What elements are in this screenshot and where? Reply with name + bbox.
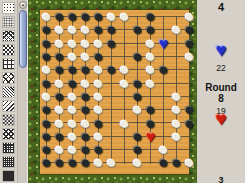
board-cell[interactable]: ●: [66, 156, 79, 169]
board-cell[interactable]: ●: [183, 156, 196, 169]
board-cell[interactable]: ●: [105, 63, 118, 76]
top-counter: 4: [197, 1, 245, 13]
board-cell[interactable]: ●: [183, 116, 196, 129]
pattern-tile-dither-light[interactable]: [2, 2, 15, 14]
board-cell[interactable]: ●: [105, 37, 118, 50]
pattern-tile-crosshatch-x[interactable]: [2, 30, 15, 42]
white-stone: ●: [184, 156, 194, 169]
white-stone: ●: [132, 103, 142, 116]
board-cell[interactable]: [118, 37, 131, 50]
board-cell[interactable]: [105, 103, 118, 116]
blue-player-count: 22: [197, 63, 245, 73]
board-cell[interactable]: [183, 63, 196, 76]
white-stone: ●: [93, 156, 103, 169]
pattern-tile-dither-medium[interactable]: [2, 16, 15, 28]
board-cell[interactable]: ●: [170, 156, 183, 169]
board-cell[interactable]: [118, 143, 131, 156]
board-cell[interactable]: [118, 130, 131, 143]
pattern-tile-diagonal-fine[interactable]: [2, 86, 15, 98]
board-cell[interactable]: ●: [170, 23, 183, 36]
board-cell[interactable]: [157, 90, 170, 103]
red-heart-icon: ♥: [197, 112, 245, 125]
board-cell[interactable]: [105, 90, 118, 103]
black-stone: ●: [41, 156, 51, 169]
board-cell[interactable]: [105, 76, 118, 89]
pattern-sidebar: [0, 0, 17, 183]
board-cell[interactable]: ●: [183, 50, 196, 63]
board-cell[interactable]: [118, 156, 131, 169]
board-cell[interactable]: ●: [105, 156, 118, 169]
board-cell[interactable]: [157, 103, 170, 116]
board-cell[interactable]: ●: [79, 156, 92, 169]
scroll-up-button[interactable]: ▲: [19, 1, 27, 9]
black-stone: ●: [132, 50, 142, 63]
black-stone: ●: [184, 117, 194, 130]
white-stone: ●: [184, 50, 194, 63]
board-cell[interactable]: [118, 90, 131, 103]
board-cell[interactable]: [170, 37, 183, 50]
board-cell[interactable]: ●: [118, 116, 131, 129]
pattern-tile-quatrefoil[interactable]: [2, 114, 15, 126]
board-cell[interactable]: ●: [92, 156, 105, 169]
white-stone: ●: [132, 156, 142, 169]
pattern-tile-diagonal-hatch[interactable]: [2, 100, 15, 112]
bottom-clipped-counter: 3: [197, 175, 245, 183]
board-cell[interactable]: ●: [131, 50, 144, 63]
board-cell[interactable]: [144, 143, 157, 156]
board-cell[interactable]: ●: [40, 156, 53, 169]
info-panel: 4 ♥ 22 Round 8 19 ♥ 3: [197, 0, 245, 183]
sidebar-scrollbar[interactable]: ▲: [17, 0, 28, 183]
black-stone: ●: [132, 23, 142, 36]
board-cell[interactable]: [170, 50, 183, 63]
board-cell[interactable]: [118, 23, 131, 36]
board-cell[interactable]: ●: [131, 23, 144, 36]
game-board: ●●●●●●●●●●●●●●●●●●●●●●●●●●♥●●●●●●●●●●●●●…: [28, 0, 197, 183]
board-cell[interactable]: ●: [170, 130, 183, 143]
board-cell[interactable]: ●: [157, 156, 170, 169]
white-stone: ●: [171, 23, 181, 36]
black-stone: ●: [106, 63, 116, 76]
board-cell[interactable]: ●: [131, 156, 144, 169]
board-cell[interactable]: [157, 76, 170, 89]
board-cell[interactable]: ●: [118, 76, 131, 89]
blue-heart-marker: ♥: [159, 37, 169, 50]
board-cell[interactable]: ●: [53, 156, 66, 169]
white-stone: ●: [119, 77, 129, 90]
board-cell[interactable]: [144, 156, 157, 169]
pattern-tile-grid-dense[interactable]: [2, 156, 15, 168]
game-window: ▲ ●●●●●●●●●●●●●●●●●●●●●●●●●●♥●●●●●●●●●●●…: [0, 0, 245, 183]
round-number: 8: [197, 93, 245, 104]
white-stone: ●: [171, 130, 181, 143]
black-stone: ●: [67, 156, 77, 169]
board-cell[interactable]: ●: [118, 10, 131, 23]
black-stone: ●: [54, 156, 64, 169]
scrollbar-thumb[interactable]: [19, 10, 27, 68]
white-stone: ●: [119, 10, 129, 23]
board-cell[interactable]: [105, 130, 118, 143]
board-cell[interactable]: [157, 10, 170, 23]
red-heart-marker: ♥: [146, 130, 156, 143]
board-grid: ●●●●●●●●●●●●●●●●●●●●●●●●●●♥●●●●●●●●●●●●●…: [40, 10, 196, 170]
board-cell[interactable]: ♥: [144, 130, 157, 143]
board-cell[interactable]: ●: [157, 63, 170, 76]
pattern-tile-clover-dots[interactable]: [2, 44, 15, 56]
round-label: Round: [197, 82, 245, 93]
white-stone: ●: [119, 117, 129, 130]
pattern-tile-x-lattice[interactable]: [2, 72, 15, 84]
black-stone: ●: [80, 156, 90, 169]
board-cell[interactable]: [105, 116, 118, 129]
black-stone: ●: [158, 63, 168, 76]
board-cell[interactable]: ♥: [157, 37, 170, 50]
board-cell[interactable]: [183, 130, 196, 143]
black-stone: ●: [158, 156, 168, 169]
blue-heart-icon: ♥: [197, 44, 245, 57]
board-cell[interactable]: [183, 76, 196, 89]
pattern-tile-square-grid[interactable]: [2, 58, 15, 70]
board-cell[interactable]: [170, 63, 183, 76]
board-cell[interactable]: ●: [144, 76, 157, 89]
white-stone: ●: [145, 77, 155, 90]
board-cell[interactable]: ●: [131, 103, 144, 116]
black-stone: ●: [106, 37, 116, 50]
pattern-tile-grid-fine[interactable]: [2, 142, 15, 154]
pattern-tile-dither-dense[interactable]: [2, 170, 15, 182]
black-stone: ●: [171, 156, 181, 169]
pattern-tile-x-lattice-2[interactable]: [2, 128, 15, 140]
board-cell[interactable]: [157, 116, 170, 129]
white-stone: ●: [106, 156, 116, 169]
